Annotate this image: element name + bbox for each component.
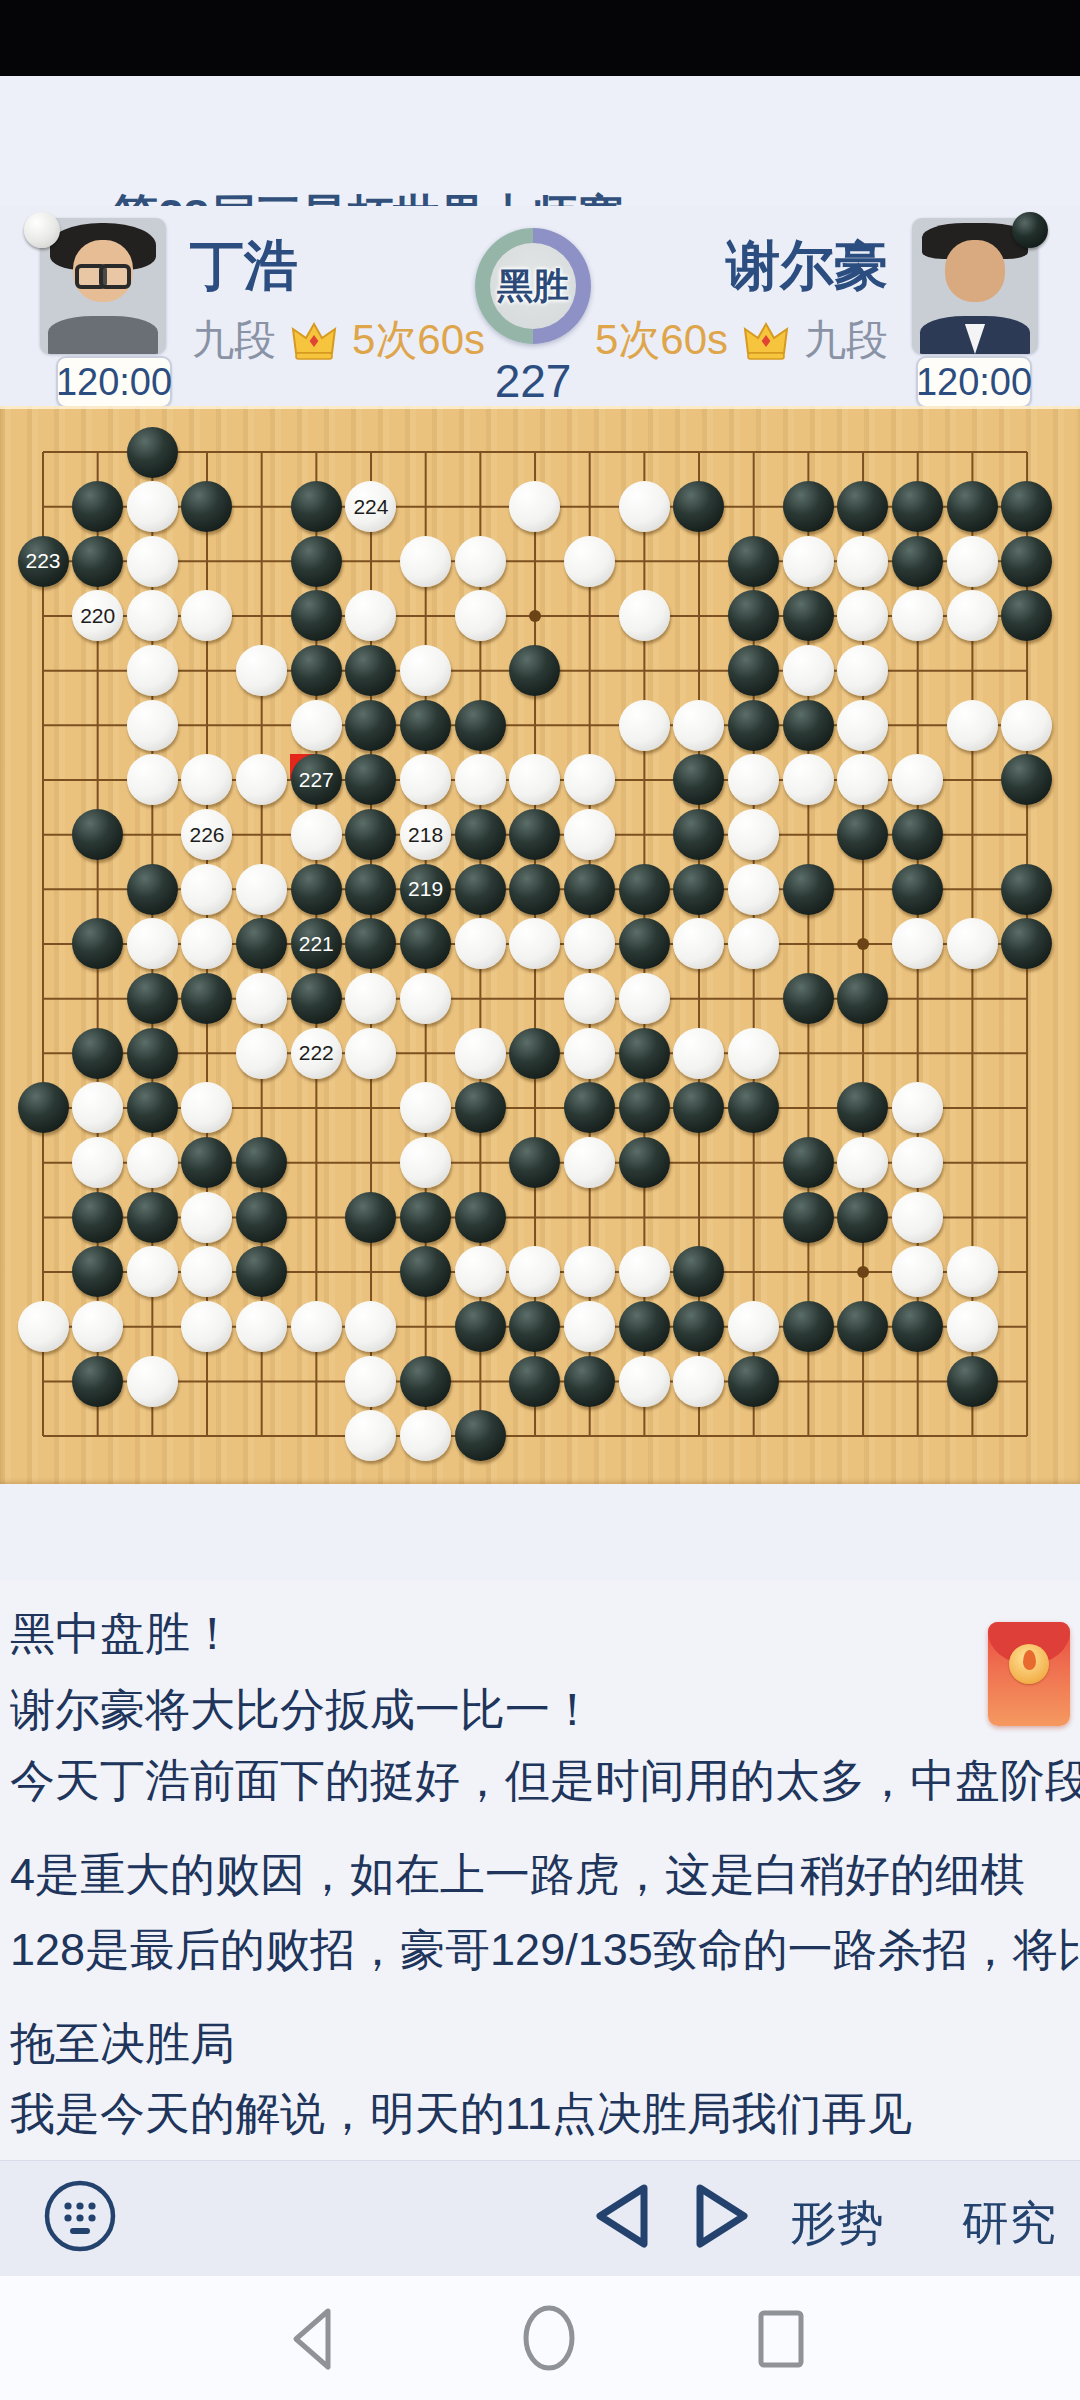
- board-point: [1000, 753, 1055, 808]
- white-stone: [619, 973, 670, 1024]
- board-point: [726, 1135, 781, 1190]
- black-stone: [291, 481, 342, 532]
- board-point: [562, 425, 617, 480]
- board-point: [16, 1245, 71, 1300]
- white-stone: [619, 1246, 670, 1297]
- board-point: [508, 753, 563, 808]
- white-stone: [564, 536, 615, 587]
- board-point: [890, 753, 945, 808]
- android-recents-icon[interactable]: [756, 2308, 806, 2370]
- black-stone: [455, 1410, 506, 1461]
- board-point: [836, 1081, 891, 1136]
- white-stone: [291, 700, 342, 751]
- board-point: [234, 698, 289, 753]
- board-point: [344, 589, 399, 644]
- black-stone: [619, 1137, 670, 1188]
- board-point: [1000, 1299, 1055, 1354]
- board-point: [672, 589, 727, 644]
- black-stone: [291, 536, 342, 587]
- board-point: [672, 753, 727, 808]
- white-stone: [837, 754, 888, 805]
- board-point: [234, 534, 289, 589]
- white-stone: [345, 1301, 396, 1352]
- black-stone: [400, 1246, 451, 1297]
- android-nav-bar: [0, 2276, 1080, 2400]
- board-point: [398, 1026, 453, 1081]
- board-point: [70, 643, 125, 698]
- black-stone: [783, 1137, 834, 1188]
- board-point: [945, 1409, 1000, 1464]
- black-stone: [181, 973, 232, 1024]
- board-point: [781, 862, 836, 917]
- board-point: [836, 1354, 891, 1409]
- board-point: [398, 1190, 453, 1245]
- board-point: [836, 807, 891, 862]
- black-stone: [783, 973, 834, 1024]
- avatar-face: [945, 240, 1005, 303]
- white-stone: [892, 754, 943, 805]
- black-stone: [1001, 481, 1052, 532]
- board-point: [836, 1409, 891, 1464]
- board-point: [344, 1026, 399, 1081]
- board-point: [344, 753, 399, 808]
- white-stone: [400, 973, 451, 1024]
- white-stone: [455, 754, 506, 805]
- board-point: [1000, 1081, 1055, 1136]
- black-stone: [728, 1356, 779, 1407]
- board-point: [289, 1354, 344, 1409]
- board-point: [781, 1026, 836, 1081]
- board-point: [726, 753, 781, 808]
- board-point: 220: [70, 589, 125, 644]
- black-stone: [783, 700, 834, 751]
- black-stone: [837, 1082, 888, 1133]
- board-point: [289, 1081, 344, 1136]
- white-stone: [18, 1301, 69, 1352]
- black-stone: [509, 1028, 560, 1079]
- white-stone: [619, 1356, 670, 1407]
- white-stone: [127, 754, 178, 805]
- board-point: [453, 753, 508, 808]
- board-point: [508, 1409, 563, 1464]
- player-left-timer: 120:00: [56, 356, 172, 408]
- board-point: [508, 1135, 563, 1190]
- board-point: [836, 1190, 891, 1245]
- board-point: [781, 1245, 836, 1300]
- board-point: [617, 1026, 672, 1081]
- white-stone: [345, 1356, 396, 1407]
- board-point: [125, 1299, 180, 1354]
- board-point: [453, 1409, 508, 1464]
- board-point: [890, 917, 945, 972]
- black-stone: [728, 536, 779, 587]
- board-point: [234, 1245, 289, 1300]
- white-stone: [127, 1246, 178, 1297]
- board-point: [16, 917, 71, 972]
- board-point: [726, 534, 781, 589]
- board-point: [125, 643, 180, 698]
- black-stone: [400, 1192, 451, 1243]
- keyboard-icon[interactable]: [42, 2178, 118, 2254]
- board-point: [344, 1190, 399, 1245]
- white-stone: [837, 700, 888, 751]
- board-point: 224: [344, 479, 399, 534]
- board-point: [234, 753, 289, 808]
- board-point: [398, 1245, 453, 1300]
- commentary-line: 128是最后的败招，豪哥129/135致命的一路杀招，将比赛: [10, 1920, 1080, 1980]
- black-stone: [1001, 864, 1052, 915]
- board-point: [781, 534, 836, 589]
- black-stone: [455, 864, 506, 915]
- board-point: [125, 1135, 180, 1190]
- black-stone: [947, 481, 998, 532]
- black-stone: [837, 809, 888, 860]
- white-stone: [673, 700, 724, 751]
- white-stone: [947, 1246, 998, 1297]
- board-point: [70, 862, 125, 917]
- board-point: [672, 534, 727, 589]
- board-point: [16, 971, 71, 1026]
- board-point: [344, 807, 399, 862]
- board-point: [234, 589, 289, 644]
- board-point: [781, 1409, 836, 1464]
- go-board[interactable]: 224223220227226218219221222: [0, 406, 1080, 1484]
- black-stone: [455, 1301, 506, 1352]
- situation-button[interactable]: 形势: [790, 2192, 884, 2255]
- next-move-button[interactable]: [690, 2178, 760, 2254]
- black-stone: [947, 1356, 998, 1407]
- white-stone: [728, 809, 779, 860]
- player-right-timer: 120:00: [916, 356, 1032, 408]
- board-point: [125, 753, 180, 808]
- result-label: 黑胜: [497, 262, 569, 311]
- android-home-icon[interactable]: [520, 2304, 578, 2372]
- board-point: [70, 1135, 125, 1190]
- white-stone: [1001, 700, 1052, 751]
- board-point: [617, 1299, 672, 1354]
- board-point: [836, 1135, 891, 1190]
- board-point: [234, 1135, 289, 1190]
- white-stone: [72, 1082, 123, 1133]
- envelope-coin: [1009, 1644, 1049, 1684]
- black-stone: [127, 1082, 178, 1133]
- board-point: [890, 971, 945, 1026]
- board-point: [289, 1299, 344, 1354]
- board-point: [945, 807, 1000, 862]
- board-point: [70, 1245, 125, 1300]
- board-point: [125, 917, 180, 972]
- board-point: [70, 1354, 125, 1409]
- status-bar: [0, 0, 1080, 76]
- board-point: [453, 917, 508, 972]
- prev-move-button[interactable]: [584, 2178, 654, 2254]
- board-point: [672, 1190, 727, 1245]
- black-stone: [837, 1301, 888, 1352]
- board-point: [16, 643, 71, 698]
- board-point: [180, 1135, 235, 1190]
- white-stone: [127, 918, 178, 969]
- board-point: [344, 1299, 399, 1354]
- commentary-panel: 黑中盘胜！ 谢尔豪将大比分扳成一比一！ 今天丁浩前面下的挺好，但是时间用的太多，…: [0, 1580, 1080, 2160]
- board-point: [453, 698, 508, 753]
- board-point: [1000, 589, 1055, 644]
- white-stone: [236, 1028, 287, 1079]
- board-point: [617, 534, 672, 589]
- board-point: [726, 1299, 781, 1354]
- board-point: [398, 1135, 453, 1190]
- board-point: [945, 862, 1000, 917]
- board-point: [508, 1299, 563, 1354]
- board-point: [16, 1026, 71, 1081]
- board-point: [836, 698, 891, 753]
- board-point: [125, 1354, 180, 1409]
- board-point: [125, 1026, 180, 1081]
- black-stone: [673, 1246, 724, 1297]
- board-point: [16, 753, 71, 808]
- board-point: [453, 589, 508, 644]
- white-stone: [236, 1301, 287, 1352]
- board-point: [398, 643, 453, 698]
- black-stone: [181, 1137, 232, 1188]
- black-stone: [181, 481, 232, 532]
- white-stone: [509, 754, 560, 805]
- white-stone: [947, 918, 998, 969]
- black-stone: [837, 973, 888, 1024]
- black-stone: [345, 918, 396, 969]
- board-point: [945, 589, 1000, 644]
- board-point: [672, 1081, 727, 1136]
- board-point: [344, 862, 399, 917]
- black-stone: [127, 1028, 178, 1079]
- research-button[interactable]: 研究: [962, 2192, 1056, 2255]
- board-point: [672, 1026, 727, 1081]
- board-point: [453, 971, 508, 1026]
- board-point: [726, 1354, 781, 1409]
- board-point: [617, 971, 672, 1026]
- black-stone: [72, 1246, 123, 1297]
- black-stone: [455, 809, 506, 860]
- board-point: [672, 1299, 727, 1354]
- board-point: [562, 1026, 617, 1081]
- black-stone: [837, 481, 888, 532]
- board-point: [781, 479, 836, 534]
- black-stone: [509, 809, 560, 860]
- board-point: [945, 643, 1000, 698]
- board-point: [180, 1081, 235, 1136]
- board-point: [945, 753, 1000, 808]
- black-stone: [345, 809, 396, 860]
- commentary-line: 黑中盘胜！: [10, 1604, 1080, 1664]
- white-stone: [127, 1356, 178, 1407]
- board-point: [781, 425, 836, 480]
- board-point: [453, 425, 508, 480]
- board-point: [398, 753, 453, 808]
- board-point: [836, 534, 891, 589]
- white-stone: [345, 1028, 396, 1079]
- white-stone: [892, 590, 943, 641]
- board-point: [344, 1409, 399, 1464]
- board-point: [16, 807, 71, 862]
- white-stone: [619, 590, 670, 641]
- board-point: [289, 1190, 344, 1245]
- board-point: [70, 1081, 125, 1136]
- board-point: [890, 643, 945, 698]
- board-point: [1000, 1135, 1055, 1190]
- board-point: [836, 425, 891, 480]
- black-stone: [127, 1192, 178, 1243]
- board-point: [836, 589, 891, 644]
- player-left-rank: 九段: [192, 312, 276, 368]
- white-stone: [783, 536, 834, 587]
- board-point: [1000, 971, 1055, 1026]
- black-stone: [892, 1301, 943, 1352]
- board-point: [836, 643, 891, 698]
- board-point: [16, 1081, 71, 1136]
- crown-icon: [742, 319, 790, 361]
- black-stone: [1001, 918, 1052, 969]
- board-point: [398, 917, 453, 972]
- board-point: [70, 917, 125, 972]
- board-point: [16, 698, 71, 753]
- black-stone: [291, 645, 342, 696]
- black-stone: [72, 481, 123, 532]
- black-stone: [673, 809, 724, 860]
- black-stone: [673, 754, 724, 805]
- white-stone: [728, 754, 779, 805]
- white-stone: 224: [345, 481, 396, 532]
- board-point: [125, 534, 180, 589]
- board-point: [617, 479, 672, 534]
- black-stone: [236, 1192, 287, 1243]
- board-point: [70, 753, 125, 808]
- board-point: [180, 589, 235, 644]
- black-stone: [72, 1192, 123, 1243]
- board-point: [70, 425, 125, 480]
- red-envelope-icon[interactable]: [988, 1622, 1070, 1726]
- black-stone: 221: [291, 918, 342, 969]
- board-point: [836, 1026, 891, 1081]
- board-point: [234, 643, 289, 698]
- black-stone: [673, 1301, 724, 1352]
- commentary-line: 谢尔豪将大比分扳成一比一！: [10, 1680, 1080, 1740]
- black-stone: [892, 809, 943, 860]
- board-point: [344, 425, 399, 480]
- white-stone: [564, 809, 615, 860]
- board-point: [398, 534, 453, 589]
- board-point: [781, 807, 836, 862]
- white-stone: [837, 645, 888, 696]
- move-count: 227: [475, 354, 591, 408]
- board-point: [398, 479, 453, 534]
- board-point: [1000, 479, 1055, 534]
- black-stone: [1001, 536, 1052, 587]
- board-point: [289, 589, 344, 644]
- board-point: [344, 971, 399, 1026]
- black-stone: [728, 1082, 779, 1133]
- board-point: [344, 1135, 399, 1190]
- board-point: [508, 1245, 563, 1300]
- board-point: [453, 862, 508, 917]
- black-stone: [236, 1137, 287, 1188]
- board-point: [726, 971, 781, 1026]
- black-stone: [127, 427, 178, 478]
- board-point: [726, 698, 781, 753]
- board-point: [890, 589, 945, 644]
- board-point: [70, 971, 125, 1026]
- board-point: [781, 698, 836, 753]
- black-stone: [728, 700, 779, 751]
- board-point: [344, 1354, 399, 1409]
- board-point: [398, 1354, 453, 1409]
- player-left-avatar: [40, 218, 166, 354]
- white-stone: [236, 645, 287, 696]
- white-stone: [291, 1301, 342, 1352]
- header: 第28届三星杯世界大师赛...: [0, 76, 1080, 206]
- black-stone: [783, 864, 834, 915]
- board-point: [125, 1081, 180, 1136]
- white-stone: [892, 1246, 943, 1297]
- board-point: [125, 698, 180, 753]
- white-stone: [728, 1028, 779, 1079]
- white-stone: [564, 1028, 615, 1079]
- white-stone: [783, 645, 834, 696]
- board-point: [289, 698, 344, 753]
- white-stone: [564, 1137, 615, 1188]
- black-stone: [127, 973, 178, 1024]
- white-stone: [455, 536, 506, 587]
- white-stone: [345, 1410, 396, 1461]
- board-point: 227: [289, 753, 344, 808]
- board-point: [180, 917, 235, 972]
- white-stone: [892, 1192, 943, 1243]
- board-point: [726, 862, 781, 917]
- white-stone: [837, 536, 888, 587]
- board-point: [234, 425, 289, 480]
- board-point: [125, 425, 180, 480]
- white-stone: [728, 918, 779, 969]
- board-point: [562, 1135, 617, 1190]
- board-point: [781, 643, 836, 698]
- black-stone: [345, 700, 396, 751]
- board-point: [180, 971, 235, 1026]
- board-point: [70, 1299, 125, 1354]
- white-stone: [181, 918, 232, 969]
- board-point: [289, 479, 344, 534]
- black-stone: [345, 645, 396, 696]
- board-point: [508, 1354, 563, 1409]
- black-stone: [619, 1028, 670, 1079]
- board-point: [398, 589, 453, 644]
- white-stone: 222: [291, 1028, 342, 1079]
- black-stone: [509, 1356, 560, 1407]
- board-point: [70, 1026, 125, 1081]
- board-point: 219: [398, 862, 453, 917]
- board-point: [836, 479, 891, 534]
- board-point: [16, 425, 71, 480]
- board-point: 221: [289, 917, 344, 972]
- board-point: [781, 1081, 836, 1136]
- black-stone: [509, 645, 560, 696]
- black-stone: [345, 754, 396, 805]
- board-point: [508, 534, 563, 589]
- white-stone: [728, 1301, 779, 1352]
- board-point: [672, 1135, 727, 1190]
- board-point: [672, 917, 727, 972]
- board-point: [180, 1299, 235, 1354]
- result-ring-inner: 黑胜: [490, 243, 576, 329]
- android-back-icon[interactable]: [286, 2306, 336, 2372]
- board-point: [1000, 1409, 1055, 1464]
